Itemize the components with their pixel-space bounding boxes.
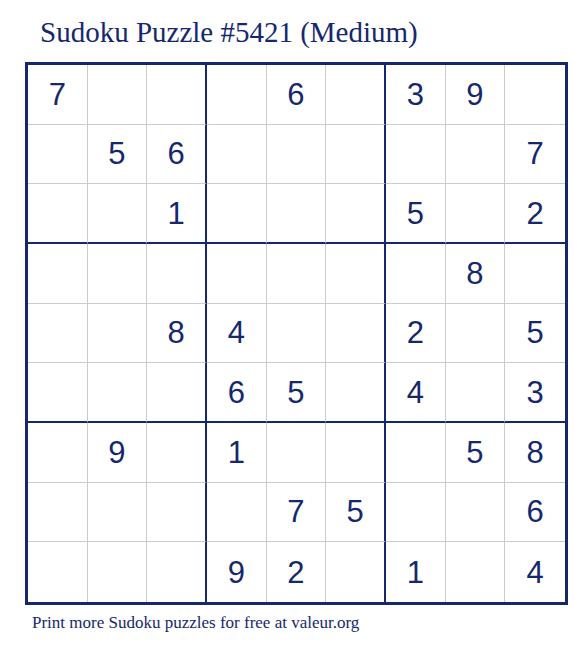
sudoku-cell-r7c1[interactable]	[28, 423, 88, 483]
sudoku-cell-r7c8[interactable]: 5	[446, 423, 506, 483]
sudoku-cell-r1c2[interactable]	[88, 65, 148, 125]
sudoku-cell-r2c2[interactable]: 5	[88, 125, 148, 185]
sudoku-cell-r5c5[interactable]	[267, 304, 327, 364]
sudoku-cell-r8c6[interactable]: 5	[326, 483, 386, 543]
sudoku-cell-r3c7[interactable]: 5	[386, 184, 446, 244]
sudoku-cell-r8c2[interactable]	[88, 483, 148, 543]
sudoku-cell-r7c2[interactable]: 9	[88, 423, 148, 483]
sudoku-cell-r1c7[interactable]: 3	[386, 65, 446, 125]
sudoku-cell-r9c8[interactable]	[446, 542, 506, 602]
sudoku-cell-r6c1[interactable]	[28, 363, 88, 423]
sudoku-cell-r3c6[interactable]	[326, 184, 386, 244]
sudoku-cell-r2c4[interactable]	[207, 125, 267, 185]
sudoku-cell-r5c1[interactable]	[28, 304, 88, 364]
sudoku-cell-r6c7[interactable]: 4	[386, 363, 446, 423]
sudoku-cell-r9c7[interactable]: 1	[386, 542, 446, 602]
sudoku-cell-r8c7[interactable]	[386, 483, 446, 543]
sudoku-cell-r3c8[interactable]	[446, 184, 506, 244]
sudoku-cell-r4c1[interactable]	[28, 244, 88, 304]
sudoku-cell-r3c4[interactable]	[207, 184, 267, 244]
sudoku-cell-r3c9[interactable]: 2	[505, 184, 565, 244]
sudoku-cell-r6c5[interactable]: 5	[267, 363, 327, 423]
sudoku-cell-r8c8[interactable]	[446, 483, 506, 543]
sudoku-cell-r2c5[interactable]	[267, 125, 327, 185]
sudoku-cell-r2c7[interactable]	[386, 125, 446, 185]
sudoku-cell-r9c9[interactable]: 4	[505, 542, 565, 602]
sudoku-cell-r7c7[interactable]	[386, 423, 446, 483]
sudoku-cell-r5c4[interactable]: 4	[207, 304, 267, 364]
sudoku-cell-r2c6[interactable]	[326, 125, 386, 185]
sudoku-cell-r2c8[interactable]	[446, 125, 506, 185]
sudoku-cell-r6c6[interactable]	[326, 363, 386, 423]
footer-text: Print more Sudoku puzzles for free at va…	[32, 613, 359, 633]
sudoku-cell-r4c5[interactable]	[267, 244, 327, 304]
sudoku-cell-r6c2[interactable]	[88, 363, 148, 423]
sudoku-cell-r9c3[interactable]	[147, 542, 207, 602]
sudoku-cell-r8c1[interactable]	[28, 483, 88, 543]
sudoku-cell-r4c2[interactable]	[88, 244, 148, 304]
sudoku-cell-r4c3[interactable]	[147, 244, 207, 304]
sudoku-cell-r7c3[interactable]	[147, 423, 207, 483]
sudoku-cell-r7c5[interactable]	[267, 423, 327, 483]
sudoku-cell-r1c4[interactable]	[207, 65, 267, 125]
sudoku-cell-r2c3[interactable]: 6	[147, 125, 207, 185]
sudoku-cell-r8c3[interactable]	[147, 483, 207, 543]
sudoku-cell-r1c3[interactable]	[147, 65, 207, 125]
sudoku-cell-r4c9[interactable]	[505, 244, 565, 304]
sudoku-cell-r5c3[interactable]: 8	[147, 304, 207, 364]
sudoku-cell-r9c2[interactable]	[88, 542, 148, 602]
sudoku-cell-r2c1[interactable]	[28, 125, 88, 185]
sudoku-cell-r1c1[interactable]: 7	[28, 65, 88, 125]
sudoku-cell-r1c9[interactable]	[505, 65, 565, 125]
sudoku-cell-r1c5[interactable]: 6	[267, 65, 327, 125]
sudoku-cell-r8c5[interactable]: 7	[267, 483, 327, 543]
sudoku-cell-r7c4[interactable]: 1	[207, 423, 267, 483]
sudoku-cell-r5c9[interactable]: 5	[505, 304, 565, 364]
sudoku-cell-r7c6[interactable]	[326, 423, 386, 483]
sudoku-cell-r6c3[interactable]	[147, 363, 207, 423]
sudoku-cell-r6c8[interactable]	[446, 363, 506, 423]
sudoku-cell-r9c4[interactable]: 9	[207, 542, 267, 602]
sudoku-cell-r8c9[interactable]: 6	[505, 483, 565, 543]
sudoku-cell-r5c2[interactable]	[88, 304, 148, 364]
sudoku-cell-r6c9[interactable]: 3	[505, 363, 565, 423]
sudoku-cell-r1c8[interactable]: 9	[446, 65, 506, 125]
sudoku-cell-r9c1[interactable]	[28, 542, 88, 602]
sudoku-cell-r4c6[interactable]	[326, 244, 386, 304]
sudoku-cell-r3c2[interactable]	[88, 184, 148, 244]
sudoku-cell-r3c3[interactable]: 1	[147, 184, 207, 244]
sudoku-cell-r5c6[interactable]	[326, 304, 386, 364]
sudoku-cell-r2c9[interactable]: 7	[505, 125, 565, 185]
sudoku-grid: 763956715288425654391587569214	[25, 62, 568, 605]
page-title: Sudoku Puzzle #5421 (Medium)	[40, 16, 418, 49]
sudoku-cell-r4c7[interactable]	[386, 244, 446, 304]
sudoku-cell-r9c5[interactable]: 2	[267, 542, 327, 602]
sudoku-cell-r4c8[interactable]: 8	[446, 244, 506, 304]
sudoku-cell-r9c6[interactable]	[326, 542, 386, 602]
sudoku-cell-r3c5[interactable]	[267, 184, 327, 244]
sudoku-cell-r3c1[interactable]	[28, 184, 88, 244]
sudoku-cell-r5c7[interactable]: 2	[386, 304, 446, 364]
sudoku-cell-r5c8[interactable]	[446, 304, 506, 364]
sudoku-cell-r7c9[interactable]: 8	[505, 423, 565, 483]
sudoku-cell-r4c4[interactable]	[207, 244, 267, 304]
sudoku-cell-r6c4[interactable]: 6	[207, 363, 267, 423]
sudoku-cell-r1c6[interactable]	[326, 65, 386, 125]
sudoku-cell-r8c4[interactable]	[207, 483, 267, 543]
